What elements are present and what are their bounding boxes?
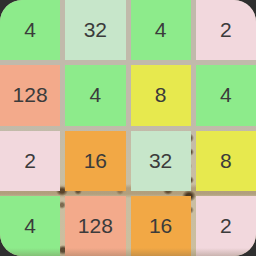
board-2048[interactable]: 432421284842163284128162	[0, 0, 256, 256]
tile-r1c1: 4	[0, 0, 60, 60]
tile-r3c4: 8	[196, 131, 256, 191]
tile-r2c4: 4	[196, 65, 256, 125]
tile-r1c4: 2	[196, 0, 256, 60]
tile-r3c3: 32	[131, 131, 191, 191]
tile-r3c2: 16	[65, 131, 125, 191]
tile-r4c2: 128	[65, 196, 125, 256]
board-grid: 432421284842163284128162	[0, 0, 256, 256]
tile-r4c3: 16	[131, 196, 191, 256]
tile-r2c3: 8	[131, 65, 191, 125]
tile-r4c1: 4	[0, 196, 60, 256]
tile-r2c1: 128	[0, 65, 60, 125]
tile-r1c3: 4	[131, 0, 191, 60]
tile-r3c1: 2	[0, 131, 60, 191]
tile-r2c2: 4	[65, 65, 125, 125]
tile-r1c2: 32	[65, 0, 125, 60]
tile-r4c4: 2	[196, 196, 256, 256]
